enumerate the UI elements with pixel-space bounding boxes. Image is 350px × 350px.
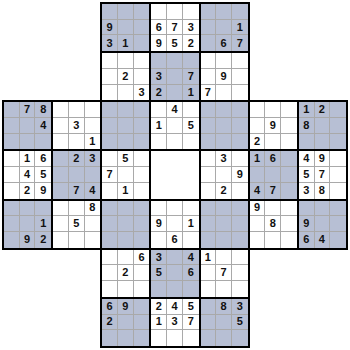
sudoku-cell-empty[interactable] [118, 281, 134, 297]
sudoku-cell-given: 9 [299, 216, 315, 232]
sudoku-cell-empty[interactable] [330, 102, 346, 118]
sudoku-cell-empty[interactable] [201, 53, 217, 69]
sudoku-cell-empty[interactable] [265, 201, 281, 217]
sudoku-cell-empty[interactable] [265, 134, 281, 150]
sudoku-cell-given: 3 [183, 20, 199, 36]
sudoku-box: 31 [52, 101, 101, 150]
sudoku-cell-empty[interactable] [201, 281, 217, 297]
sudoku-cell-empty[interactable] [201, 4, 217, 20]
sudoku-cell-given: 2 [315, 102, 331, 118]
sudoku-cell-empty[interactable] [118, 330, 134, 346]
sudoku-cell-given: 9 [118, 299, 134, 315]
sudoku-cell-empty[interactable] [232, 216, 248, 232]
sudoku-cell-empty[interactable] [265, 167, 281, 183]
sudoku-cell-empty[interactable] [85, 216, 101, 232]
sudoku-cell-given: 4 [20, 167, 36, 183]
sudoku-cell-empty[interactable] [134, 330, 150, 346]
sudoku-cell-empty[interactable] [216, 315, 232, 331]
sudoku-cell-empty[interactable] [232, 250, 248, 266]
sudoku-cell-empty[interactable] [216, 216, 232, 232]
sudoku-cell-empty[interactable] [201, 315, 217, 331]
sudoku-cell-empty[interactable] [216, 201, 232, 217]
sudoku-cell-given: 4 [299, 151, 315, 167]
sudoku-cell-empty[interactable] [330, 232, 346, 248]
sudoku-cell-empty[interactable] [201, 35, 217, 51]
sudoku-cell-given: 6 [265, 151, 281, 167]
sudoku-cell-empty[interactable] [118, 4, 134, 20]
sudoku-cell-empty[interactable] [232, 183, 248, 199]
sudoku-cell-empty[interactable] [134, 232, 150, 248]
sudoku-cell-given: 6 [216, 35, 232, 51]
sudoku-cell-empty[interactable] [151, 4, 167, 20]
sudoku-cell-empty[interactable] [85, 118, 101, 134]
sudoku-cell-given: 8 [216, 299, 232, 315]
sudoku-cell-empty[interactable] [216, 85, 232, 101]
sudoku-cell-empty[interactable] [201, 69, 217, 85]
sudoku-cell-empty[interactable] [134, 167, 150, 183]
sudoku-cell-empty[interactable] [118, 250, 134, 266]
sudoku-box [200, 200, 249, 249]
sudoku-cell-empty[interactable] [201, 167, 217, 183]
sudoku-cell-empty[interactable] [281, 232, 297, 248]
sudoku-cell-given: 5 [183, 118, 199, 134]
sudoku-cell-given: 7 [201, 85, 217, 101]
sudoku-cell-given: 2 [20, 183, 36, 199]
sudoku-cell-empty[interactable] [250, 232, 266, 248]
sudoku-cell-empty[interactable] [183, 281, 199, 297]
sudoku-cell-empty[interactable] [134, 102, 150, 118]
sudoku-cell-empty[interactable] [151, 330, 167, 346]
sudoku-box: 62 [101, 249, 150, 298]
sudoku-cell-empty[interactable] [183, 134, 199, 150]
sudoku-cell-given: 7 [167, 20, 183, 36]
sudoku-cell-empty[interactable] [216, 4, 232, 20]
sudoku-cell-empty[interactable] [281, 151, 297, 167]
sudoku-cell-given: 3 [232, 299, 248, 315]
sudoku-cell-given: 9 [151, 35, 167, 51]
sudoku-cell-empty[interactable] [102, 232, 118, 248]
sudoku-cell-empty[interactable] [167, 201, 183, 217]
sudoku-cell-given: 8 [299, 118, 315, 134]
sudoku-cell-empty[interactable] [216, 53, 232, 69]
sudoku-cell-empty[interactable] [183, 102, 199, 118]
sudoku-cell-empty[interactable] [183, 53, 199, 69]
sudoku-cell-empty[interactable] [4, 183, 20, 199]
sudoku-box: 1647 [249, 150, 298, 199]
sudoku-cell-given: 8 [85, 201, 101, 217]
sudoku-cell-empty[interactable] [232, 69, 248, 85]
sudoku-cell-empty[interactable] [134, 265, 150, 281]
sudoku-cell-empty[interactable] [53, 183, 69, 199]
sudoku-cell-empty[interactable] [232, 102, 248, 118]
sudoku-cell-empty[interactable] [134, 69, 150, 85]
sudoku-cell-given: 4 [315, 232, 331, 248]
sudoku-cell-empty[interactable] [216, 232, 232, 248]
sudoku-cell-given: 9 [250, 201, 266, 217]
sudoku-cell-empty[interactable] [201, 134, 217, 150]
sudoku-cell-empty[interactable] [201, 216, 217, 232]
sudoku-cell-given: 1 [299, 102, 315, 118]
sudoku-cell-empty[interactable] [4, 118, 20, 134]
sudoku-cell-empty[interactable] [201, 265, 217, 281]
sudoku-cell-empty[interactable] [53, 118, 69, 134]
sudoku-cell-empty[interactable] [85, 167, 101, 183]
sudoku-box: 692 [101, 298, 150, 347]
sudoku-cell-empty[interactable] [4, 232, 20, 248]
sudoku-cell-empty[interactable] [102, 134, 118, 150]
sudoku-cell-empty[interactable] [183, 330, 199, 346]
sudoku-cell-given: 2 [250, 134, 266, 150]
sudoku-cell-empty[interactable] [102, 69, 118, 85]
sudoku-cell-given: 1 [118, 35, 134, 51]
sudoku-cell-empty[interactable] [102, 250, 118, 266]
sudoku-cell-empty[interactable] [102, 183, 118, 199]
sudoku-cell-empty[interactable] [118, 85, 134, 101]
sudoku-cell-empty[interactable] [134, 315, 150, 331]
sudoku-cell-empty[interactable] [53, 134, 69, 150]
sudoku-cell-given: 1 [183, 85, 199, 101]
sudoku-cell-empty[interactable] [281, 216, 297, 232]
sudoku-cell-empty[interactable] [134, 134, 150, 150]
sudoku-cell-given: 6 [299, 232, 315, 248]
sudoku-box: 167 [200, 3, 249, 52]
sudoku-cell-empty[interactable] [232, 232, 248, 248]
sudoku-cell-empty[interactable] [118, 118, 134, 134]
sudoku-cell-empty[interactable] [102, 216, 118, 232]
sudoku-cell-empty[interactable] [85, 232, 101, 248]
sudoku-cell-empty[interactable] [134, 201, 150, 217]
sudoku-cell-empty[interactable] [183, 232, 199, 248]
sudoku-cell-empty[interactable] [167, 216, 183, 232]
sudoku-cell-empty[interactable] [201, 183, 217, 199]
sudoku-cell-given: 3 [102, 35, 118, 51]
sudoku-cell-empty[interactable] [102, 85, 118, 101]
sudoku-cell-empty[interactable] [167, 250, 183, 266]
sudoku-cell-empty[interactable] [134, 35, 150, 51]
sudoku-cell-empty[interactable] [315, 118, 331, 134]
sudoku-cell-given: 1 [118, 183, 134, 199]
sudoku-cell-given: 6 [183, 265, 199, 281]
sudoku-cell-given: 3 [151, 69, 167, 85]
sudoku-cell-empty[interactable] [250, 102, 266, 118]
sudoku-cell-empty[interactable] [232, 53, 248, 69]
sudoku-cell-empty[interactable] [232, 85, 248, 101]
sudoku-cell-empty[interactable] [69, 102, 85, 118]
sudoku-cell-empty[interactable] [265, 232, 281, 248]
sudoku-cell-given: 5 [118, 151, 134, 167]
sudoku-cell-given: 5 [167, 35, 183, 51]
sudoku-cell-empty[interactable] [134, 4, 150, 20]
sudoku-cell-empty[interactable] [4, 201, 20, 217]
sudoku-cell-empty[interactable] [315, 201, 331, 217]
sudoku-cell-given: 1 [183, 216, 199, 232]
sudoku-cell-given: 8 [315, 183, 331, 199]
sudoku-cell-empty[interactable] [118, 201, 134, 217]
sudoku-cell-empty[interactable] [118, 53, 134, 69]
sudoku-cell-empty[interactable] [201, 299, 217, 315]
sudoku-cell-empty[interactable] [330, 183, 346, 199]
sudoku-cell-given: 2 [118, 69, 134, 85]
sudoku-cell-empty[interactable] [330, 151, 346, 167]
sudoku-cell-given: 4 [183, 250, 199, 266]
sudoku-cell-empty[interactable] [102, 151, 118, 167]
sudoku-cell-empty[interactable] [232, 330, 248, 346]
sudoku-cell-empty[interactable] [201, 201, 217, 217]
sudoku-cell-empty[interactable] [167, 4, 183, 20]
sudoku-cell-given: 1 [85, 134, 101, 150]
sudoku-box: 98 [249, 200, 298, 249]
sudoku-cell-empty[interactable] [250, 216, 266, 232]
sudoku-box: 23 [101, 52, 150, 101]
sudoku-box: 964 [298, 200, 347, 249]
sudoku-cell-empty[interactable] [183, 201, 199, 217]
sudoku-cell-empty[interactable] [281, 134, 297, 150]
sudoku-cell-empty[interactable] [330, 201, 346, 217]
sudoku-cell-given: 2 [118, 265, 134, 281]
sudoku-cell-given: 5 [232, 315, 248, 331]
sudoku-cell-empty[interactable] [134, 53, 150, 69]
sudoku-cell-given: 7 [20, 102, 36, 118]
sudoku-cell-empty[interactable] [102, 118, 118, 134]
sudoku-cell-given: 1 [201, 250, 217, 266]
sudoku-cell-empty[interactable] [232, 4, 248, 20]
sudoku-cell-empty[interactable] [201, 151, 217, 167]
sudoku-cell-empty[interactable] [167, 53, 183, 69]
sudoku-box: 784 [3, 101, 52, 150]
sudoku-cell-empty[interactable] [167, 281, 183, 297]
sudoku-cell-given: 9 [216, 69, 232, 85]
sudoku-box: 3456 [150, 249, 199, 298]
sudoku-cell-given: 5 [183, 299, 199, 315]
sudoku-cell-empty[interactable] [69, 232, 85, 248]
sudoku-cell-empty[interactable] [281, 201, 297, 217]
sudoku-cell-empty[interactable] [216, 118, 232, 134]
sudoku-cell-empty[interactable] [134, 299, 150, 315]
sudoku-cell-given: 1 [232, 20, 248, 36]
sudoku-cell-empty[interactable] [216, 250, 232, 266]
sudoku-cell-given: 1 [151, 118, 167, 134]
sudoku-cell-empty[interactable] [216, 281, 232, 297]
sudoku-cell-empty[interactable] [201, 102, 217, 118]
sudoku-box: 835 [200, 298, 249, 347]
sudoku-cell-empty[interactable] [102, 4, 118, 20]
sudoku-cell-empty[interactable] [183, 4, 199, 20]
sudoku-cell-given: 5 [151, 265, 167, 281]
sudoku-cell-empty[interactable] [201, 232, 217, 248]
sudoku-cell-given: 4 [35, 118, 51, 134]
sudoku-cell-empty[interactable] [232, 201, 248, 217]
sudoku-cell-empty[interactable] [4, 216, 20, 232]
sudoku-cell-empty[interactable] [4, 167, 20, 183]
sudoku-cell-empty[interactable] [167, 69, 183, 85]
sudoku-cell-empty[interactable] [201, 330, 217, 346]
sudoku-cell-empty[interactable] [265, 102, 281, 118]
sudoku-box: 571 [101, 150, 150, 199]
sudoku-cell-empty[interactable] [69, 167, 85, 183]
sudoku-cell-given: 1 [250, 151, 266, 167]
sudoku-cell-given: 2 [151, 85, 167, 101]
sudoku-box: 392 [200, 150, 249, 199]
sudoku-cell-given: 5 [35, 167, 51, 183]
sudoku-cell-empty[interactable] [299, 134, 315, 150]
sudoku-cell-empty[interactable] [151, 201, 167, 217]
sudoku-cell-empty[interactable] [20, 201, 36, 217]
sudoku-cell-empty[interactable] [315, 134, 331, 150]
sudoku-box: 3721 [150, 52, 199, 101]
sudoku-cell-empty[interactable] [102, 281, 118, 297]
sudoku-cell-empty[interactable] [216, 20, 232, 36]
sudoku-cell-given: 9 [232, 167, 248, 183]
sudoku-cell-given: 3 [69, 118, 85, 134]
sudoku-cell-given: 3 [134, 85, 150, 101]
sudoku-cell-empty[interactable] [232, 134, 248, 150]
sudoku-cell-empty[interactable] [118, 167, 134, 183]
sudoku-cell-given: 9 [102, 20, 118, 36]
sudoku-box [200, 101, 249, 150]
sudoku-cell-given: 2 [69, 151, 85, 167]
sudoku-cell-empty[interactable] [4, 151, 20, 167]
sudoku-box: 97 [200, 52, 249, 101]
sudoku-cell-empty[interactable] [20, 118, 36, 134]
sudoku-cell-empty[interactable] [281, 102, 297, 118]
sudoku-cell-given: 1 [151, 315, 167, 331]
sudoku-box: 92 [249, 101, 298, 150]
puzzle-page: 9316739521672337219778431415921281645292… [0, 0, 350, 350]
sudoku-cell-empty[interactable] [53, 232, 69, 248]
sudoku-cell-empty[interactable] [20, 134, 36, 150]
sudoku-cell-given: 8 [265, 216, 281, 232]
sudoku-cell-empty[interactable] [118, 216, 134, 232]
sudoku-cell-given: 7 [183, 69, 199, 85]
sudoku-cell-given: 7 [102, 167, 118, 183]
sudoku-box [101, 101, 150, 150]
sudoku-cell-empty[interactable] [118, 134, 134, 150]
sudoku-box: 673952 [150, 3, 199, 52]
sudoku-cell-empty[interactable] [35, 201, 51, 217]
sudoku-cell-empty[interactable] [4, 102, 20, 118]
sudoku-cell-given: 7 [183, 315, 199, 331]
sudoku-cell-empty[interactable] [118, 315, 134, 331]
sudoku-cell-empty[interactable] [167, 265, 183, 281]
sudoku-cell-empty[interactable] [118, 20, 134, 36]
sudoku-cell-empty[interactable] [281, 183, 297, 199]
sudoku-cell-given: 3 [85, 151, 101, 167]
sudoku-cell-empty[interactable] [69, 134, 85, 150]
sudoku-cell-empty[interactable] [102, 102, 118, 118]
sudoku-cell-empty[interactable] [53, 102, 69, 118]
sudoku-cell-empty[interactable] [167, 118, 183, 134]
sudoku-cell-empty[interactable] [151, 102, 167, 118]
sudoku-cell-empty[interactable] [134, 118, 150, 134]
sudoku-cell-given: 3 [216, 151, 232, 167]
sudoku-box: 192 [3, 200, 52, 249]
sudoku-cell-empty[interactable] [118, 102, 134, 118]
sudoku-cell-given: 3 [151, 250, 167, 266]
sudoku-cell-empty[interactable] [216, 330, 232, 346]
sudoku-cell-empty[interactable] [102, 330, 118, 346]
sudoku-cell-given: 4 [167, 299, 183, 315]
sudoku-cell-empty[interactable] [134, 20, 150, 36]
sudoku-box: 916 [150, 200, 199, 249]
sudoku-cell-given: 7 [315, 167, 331, 183]
sudoku-cell-empty[interactable] [232, 265, 248, 281]
sudoku-cell-empty[interactable] [167, 330, 183, 346]
sudoku-cell-given: 3 [167, 315, 183, 331]
sudoku-cell-empty[interactable] [151, 232, 167, 248]
sudoku-cell-empty[interactable] [232, 281, 248, 297]
sudoku-cell-empty[interactable] [134, 183, 150, 199]
sudoku-box: 17 [200, 249, 249, 298]
sudoku-cell-given: 5 [299, 167, 315, 183]
sudoku-cell-given: 8 [35, 102, 51, 118]
sudoku-cell-empty[interactable] [201, 20, 217, 36]
sudoku-cell-given: 4 [167, 102, 183, 118]
sudoku-cell-empty[interactable] [330, 118, 346, 134]
sudoku-box: 931 [101, 3, 150, 52]
sudoku-cell-empty[interactable] [151, 134, 167, 150]
sudoku-cell-empty[interactable] [53, 201, 69, 217]
sudoku-cell-given: 6 [167, 232, 183, 248]
sudoku-cell-empty[interactable] [281, 167, 297, 183]
sudoku-cell-empty[interactable] [85, 102, 101, 118]
sudoku-cell-empty[interactable] [315, 216, 331, 232]
sudoku-cell-given: 9 [315, 151, 331, 167]
sudoku-cell-empty[interactable] [167, 85, 183, 101]
sudoku-cell-empty[interactable] [102, 265, 118, 281]
sudoku-cell-empty[interactable] [232, 151, 248, 167]
sudoku-cell-given: 6 [134, 250, 150, 266]
sudoku-cell-empty[interactable] [330, 216, 346, 232]
sudoku-cell-empty[interactable] [102, 53, 118, 69]
sudoku-cell-empty[interactable] [330, 134, 346, 150]
sudoku-cell-empty[interactable] [4, 134, 20, 150]
sudoku-cell-empty[interactable] [20, 216, 36, 232]
sudoku-cell-empty[interactable] [167, 134, 183, 150]
sudoku-cell-empty[interactable] [216, 134, 232, 150]
sudoku-cell-empty[interactable] [330, 167, 346, 183]
sudoku-board: 9316739521672337219778431415921281645292… [3, 3, 347, 347]
sudoku-cell-empty[interactable] [151, 281, 167, 297]
sudoku-cell-empty[interactable] [53, 151, 69, 167]
sudoku-cell-empty[interactable] [53, 167, 69, 183]
sudoku-cell-empty[interactable] [118, 232, 134, 248]
sudoku-cell-empty[interactable] [35, 134, 51, 150]
sudoku-cell-given: 3 [299, 183, 315, 199]
sudoku-cell-given: 2 [151, 299, 167, 315]
sudoku-cell-empty[interactable] [53, 216, 69, 232]
sudoku-cell-empty[interactable] [250, 167, 266, 183]
sudoku-cell-empty[interactable] [134, 216, 150, 232]
sudoku-cell-empty[interactable] [232, 118, 248, 134]
sudoku-cell-empty[interactable] [281, 118, 297, 134]
sudoku-cell-empty[interactable] [216, 102, 232, 118]
sudoku-cell-empty[interactable] [69, 201, 85, 217]
sudoku-cell-empty[interactable] [151, 53, 167, 69]
sudoku-cell-empty[interactable] [134, 281, 150, 297]
sudoku-box: 128 [298, 101, 347, 150]
sudoku-cell-empty[interactable] [102, 201, 118, 217]
sudoku-cell-given: 1 [20, 151, 36, 167]
sudoku-cell-empty[interactable] [201, 118, 217, 134]
sudoku-cell-given: 6 [151, 20, 167, 36]
sudoku-box: 415 [150, 101, 199, 150]
sudoku-cell-empty[interactable] [299, 201, 315, 217]
sudoku-cell-given: 6 [35, 151, 51, 167]
sudoku-cell-empty[interactable] [134, 151, 150, 167]
sudoku-cell-empty[interactable] [250, 118, 266, 134]
sudoku-cell-given: 9 [151, 216, 167, 232]
sudoku-cell-empty[interactable] [216, 167, 232, 183]
